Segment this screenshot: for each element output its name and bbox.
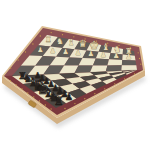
- frame-stud: [33, 96, 34, 97]
- frame-stud: [94, 93, 95, 94]
- frame-stud: [39, 100, 40, 101]
- frame-stud: [140, 64, 141, 65]
- frame-stud: [10, 67, 11, 68]
- frame-stud: [40, 35, 41, 36]
- piece-white-rook: ♜: [45, 35, 52, 44]
- frame-stud: [16, 84, 17, 85]
- piece-white-pawn: ♟: [88, 50, 94, 58]
- product-photo: Product photo of a folding wooden chess …: [0, 0, 150, 150]
- frame-stud: [134, 73, 135, 74]
- frame-stud: [21, 88, 22, 89]
- piece-white-pawn: ♟: [75, 49, 81, 57]
- piece-white-queen: ♛: [78, 38, 87, 49]
- frame-stud: [139, 58, 140, 59]
- piece-white-pawn: ♟: [113, 52, 119, 60]
- frame-stud: [74, 103, 75, 104]
- piece-black-pawn: ♟: [65, 91, 73, 102]
- frame-stud: [25, 51, 26, 52]
- piece-black-rook: ♜: [53, 94, 63, 108]
- frame-stud: [45, 104, 46, 105]
- chess-board: ♜♞♝♛♚♝♟♞♟♜♟♟♟♟♟♟♟♜♟♞♟♝♟♛♟♚♟♟♝♟♞♜: [0, 0, 150, 150]
- frame-stud: [27, 92, 28, 93]
- frame-stud: [84, 98, 85, 99]
- frame-stud: [17, 59, 18, 60]
- frame-stud: [62, 34, 63, 35]
- piece-white-pawn: ♟: [100, 51, 106, 59]
- piece-white-knight: ♞: [56, 37, 63, 46]
- piece-white-bishop: ♝: [67, 37, 75, 47]
- frame-stud: [114, 83, 115, 84]
- piece-white-pawn: ♟: [50, 47, 56, 55]
- frame-stud: [50, 108, 51, 109]
- piece-white-pawn: ♟: [126, 52, 132, 61]
- frame-stud: [124, 78, 125, 79]
- frame-stud: [32, 43, 33, 44]
- piece-white-pawn: ♟: [62, 48, 68, 56]
- frame-stud: [64, 108, 65, 109]
- frame-stud: [51, 32, 52, 33]
- frame-stud: [104, 88, 105, 89]
- frame-stud: [138, 52, 139, 53]
- piece-white-pawn: ♟: [37, 46, 43, 54]
- frame-stud: [10, 80, 11, 81]
